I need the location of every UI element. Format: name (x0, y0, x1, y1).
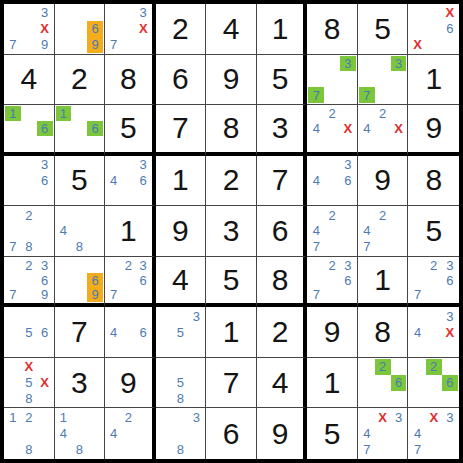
pencil-slot (157, 391, 173, 407)
pencil-slot (136, 409, 151, 425)
cell-r3c8[interactable]: 24X (358, 105, 409, 156)
pencil-slot (359, 106, 375, 121)
pencil-slot (37, 188, 53, 204)
pencil-slot (409, 258, 425, 273)
pencil-grid: 56 (4, 307, 54, 357)
cell-r3c3[interactable]: 5 (105, 105, 156, 156)
pencil-slot (71, 121, 87, 136)
cell-r4c8[interactable]: 9 (358, 156, 409, 207)
cell-r7c4[interactable]: 35 (156, 307, 207, 358)
pencil-slot (391, 359, 407, 375)
pencil-slot (37, 308, 53, 324)
pencil-slot (157, 324, 173, 340)
pencil-slot (37, 409, 53, 425)
pencil-mark: 4 (56, 223, 72, 239)
pencil-slot (21, 5, 37, 21)
cell-r2c3[interactable]: 8 (105, 55, 156, 106)
cell-r9c5[interactable]: 6 (206, 408, 257, 459)
pencil-slot (157, 308, 173, 324)
cell-r1c2[interactable]: 69 (55, 4, 106, 55)
pencil-slot (106, 157, 121, 173)
pencil-mark: 3 (442, 308, 458, 324)
cell-r6c2[interactable]: 69 (55, 257, 106, 308)
pencil-slot (340, 188, 356, 204)
pencil-slot (173, 426, 189, 442)
pencil-slot (442, 340, 458, 356)
pencil-slot (56, 207, 72, 223)
pencil-slot (136, 426, 151, 442)
pencil-slot (136, 340, 151, 356)
cell-r5c5[interactable]: 3 (206, 206, 257, 257)
pencil-mark: 7 (5, 37, 21, 53)
pencil-slot (71, 106, 87, 121)
pencil-mark: 4 (409, 426, 425, 442)
pencil-mark: 8 (71, 239, 87, 255)
cell-r5c4[interactable]: 9 (156, 206, 207, 257)
pencil-slot (5, 136, 21, 151)
pencil-mark: 3 (136, 5, 151, 21)
pencil-slot (106, 5, 121, 21)
pencil-slot (308, 188, 324, 204)
pencil-grid: 37 (358, 55, 408, 105)
pencil-slot (340, 136, 356, 151)
pencil-slot (409, 391, 425, 407)
pencil-slot (106, 340, 121, 356)
x-mark: X (37, 21, 53, 37)
pencil-slot (56, 287, 72, 302)
cell-r2c7[interactable]: 37 (307, 55, 358, 106)
pencil-mark: 6 (136, 273, 151, 288)
pencil-slot (442, 37, 458, 53)
cell-r8c6[interactable]: 4 (257, 358, 308, 409)
pencil-grid: 46 (105, 307, 152, 357)
pencil-mark: 7 (409, 442, 425, 458)
pencil-slot (121, 5, 136, 21)
pencil-mark: 2 (375, 106, 391, 121)
pencil-slot (5, 21, 21, 37)
pencil-slot (5, 223, 21, 239)
cell-r8c2[interactable]: 3 (55, 358, 106, 409)
pencil-slot (136, 442, 151, 458)
pencil-slot (409, 359, 425, 375)
pencil-slot (324, 71, 340, 87)
pencil-mark: 4 (308, 121, 324, 136)
cell-r4c6[interactable]: 7 (257, 156, 308, 207)
pencil-slot (71, 426, 87, 442)
pencil-slot (136, 287, 151, 302)
pencil-mark: 4 (56, 426, 72, 442)
cell-r7c6[interactable]: 2 (257, 307, 308, 358)
cell-r3c7[interactable]: 24X (307, 105, 358, 156)
pencil-grid: 38 (156, 408, 206, 459)
cell-r6c3[interactable]: 2367 (105, 257, 156, 308)
pencil-grid: 3X7 (105, 4, 152, 54)
cell-r1c6[interactable]: 1 (257, 4, 308, 55)
pencil-slot (391, 106, 407, 121)
pencil-slot (391, 442, 407, 458)
pencil-mark: 6 (442, 21, 458, 37)
pencil-slot (324, 173, 340, 189)
pencil-slot (106, 258, 121, 273)
cell-r7c3[interactable]: 46 (105, 307, 156, 358)
pencil-slot (157, 426, 173, 442)
pencil-slot (71, 37, 87, 53)
pencil-slot (442, 442, 458, 458)
x-mark: X (442, 5, 458, 21)
pencil-slot (324, 239, 340, 255)
pencil-mark: 5 (21, 375, 37, 391)
pencil-slot (426, 391, 442, 407)
pencil-mark: 6 (136, 173, 151, 189)
pencil-slot (409, 5, 425, 21)
pencil-slot (5, 5, 21, 21)
pencil-slot (157, 359, 173, 375)
cell-r6c9[interactable]: 2367 (408, 257, 459, 308)
cell-r9c8[interactable]: X347 (358, 408, 409, 459)
pencil-slot (21, 188, 37, 204)
cell-r9c4[interactable]: 38 (156, 408, 207, 459)
cell-r5c9[interactable]: 5 (408, 206, 459, 257)
pencil-slot (375, 391, 391, 407)
cell-r7c8[interactable]: 8 (358, 307, 409, 358)
pencil-mark: 9 (87, 287, 103, 302)
pencil-slot (173, 308, 189, 324)
pencil-slot (106, 442, 121, 458)
pencil-mark: 2 (324, 207, 340, 223)
pencil-mark: 7 (308, 287, 324, 302)
x-mark: X (136, 21, 151, 37)
pencil-slot (442, 287, 458, 302)
pencil-grid: 24X (358, 105, 408, 152)
cell-r3c4[interactable]: 7 (156, 105, 207, 156)
cell-r1c8[interactable]: 5 (358, 4, 409, 55)
big-digit: 1 (172, 165, 189, 195)
pencil-slot (308, 157, 324, 173)
pencil-grid: 37 (307, 55, 357, 105)
big-digit: 6 (223, 419, 240, 449)
pencil-slot (136, 308, 151, 324)
pencil-slot (173, 409, 189, 425)
cell-r2c9[interactable]: 1 (408, 55, 459, 106)
pencil-mark: 4 (106, 173, 121, 189)
pencil-slot (37, 340, 53, 356)
cell-r3c6[interactable]: 3 (257, 105, 308, 156)
pencil-mark: 2 (324, 106, 340, 121)
pencil-slot (359, 207, 375, 223)
pencil-slot (106, 21, 121, 37)
pencil-slot (308, 56, 324, 72)
pencil-slot (37, 106, 53, 121)
big-digit: 7 (272, 165, 289, 195)
pencil-slot (409, 308, 425, 324)
pencil-slot (21, 223, 37, 239)
cell-r4c5[interactable]: 2 (206, 156, 257, 207)
pencil-grid: 24X (307, 105, 357, 152)
pencil-slot (157, 340, 173, 356)
pencil-mark: 2 (375, 359, 391, 375)
cell-r1c1[interactable]: 3X79 (4, 4, 55, 55)
pencil-slot (87, 136, 103, 151)
pencil-slot (5, 207, 21, 223)
cell-r6c6[interactable]: 8 (257, 257, 308, 308)
pencil-slot (37, 136, 53, 151)
pencil-slot (426, 37, 442, 53)
cell-r8c4[interactable]: 58 (156, 358, 207, 409)
cell-r8c1[interactable]: X5X8 (4, 358, 55, 409)
pencil-slot (56, 258, 72, 273)
cell-r4c3[interactable]: 346 (105, 156, 156, 207)
pencil-slot (56, 442, 72, 458)
cell-r3c9[interactable]: 9 (408, 105, 459, 156)
pencil-slot (308, 71, 324, 87)
cell-r1c9[interactable]: X6X (408, 4, 459, 55)
cell-r7c7[interactable]: 9 (307, 307, 358, 358)
pencil-mark: 2 (21, 258, 37, 273)
cell-r1c4[interactable]: 2 (156, 4, 207, 55)
pencil-slot (391, 426, 407, 442)
cell-r7c9[interactable]: 34X (408, 307, 459, 358)
pencil-mark: 3 (340, 258, 356, 273)
pencil-slot (5, 324, 21, 340)
pencil-mark: 6 (340, 273, 356, 288)
pencil-mark: 3 (442, 409, 458, 425)
pencil-slot (340, 87, 356, 103)
pencil-slot (121, 188, 136, 204)
cell-r8c8[interactable]: 26 (358, 358, 409, 409)
pencil-slot (106, 273, 121, 288)
cell-r3c2[interactable]: 16 (55, 105, 106, 156)
pencil-slot (308, 106, 324, 121)
cell-r6c4[interactable]: 4 (156, 257, 207, 308)
cell-r8c5[interactable]: 7 (206, 358, 257, 409)
x-mark: X (409, 37, 425, 53)
cell-r8c7[interactable]: 1 (307, 358, 358, 409)
pencil-slot (87, 442, 103, 458)
pencil-mark: 8 (173, 442, 189, 458)
pencil-mark: 3 (136, 157, 151, 173)
cell-r6c5[interactable]: 5 (206, 257, 257, 308)
pencil-mark: 6 (87, 21, 103, 37)
pencil-slot (188, 359, 204, 375)
pencil-mark: 3 (188, 409, 204, 425)
pencil-mark: 3 (37, 258, 53, 273)
big-digit: 8 (223, 113, 240, 143)
pencil-slot (87, 426, 103, 442)
pencil-slot (409, 409, 425, 425)
pencil-mark: 6 (442, 273, 458, 288)
pencil-mark: 2 (121, 258, 136, 273)
pencil-slot (21, 106, 37, 121)
cell-r5c3[interactable]: 1 (105, 206, 156, 257)
pencil-slot (375, 239, 391, 255)
pencil-slot (426, 21, 442, 37)
cell-r9c9[interactable]: X347 (408, 408, 459, 459)
pencil-slot (21, 121, 37, 136)
pencil-slot (21, 287, 37, 302)
big-digit: 8 (374, 317, 391, 347)
pencil-mark: 5 (173, 375, 189, 391)
pencil-mark: 7 (359, 239, 375, 255)
pencil-slot (359, 375, 375, 391)
pencil-mark: 2 (426, 258, 442, 273)
pencil-slot (71, 21, 87, 37)
big-digit: 5 (324, 419, 341, 449)
cell-r6c7[interactable]: 2367 (307, 257, 358, 308)
cell-r4c1[interactable]: 36 (4, 156, 55, 207)
pencil-slot (442, 426, 458, 442)
pencil-slot (71, 223, 87, 239)
pencil-slot (121, 273, 136, 288)
cell-r2c2[interactable]: 2 (55, 55, 106, 106)
pencil-grid: 16 (55, 105, 105, 152)
pencil-mark: 4 (106, 324, 121, 340)
pencil-mark: 6 (442, 375, 458, 391)
x-mark: X (426, 409, 442, 425)
pencil-slot (324, 223, 340, 239)
pencil-slot (121, 426, 136, 442)
pencil-grid: 2367 (307, 257, 357, 304)
cell-r5c7[interactable]: 247 (307, 206, 358, 257)
big-digit: 8 (272, 265, 289, 295)
cell-r9c2[interactable]: 148 (55, 408, 106, 459)
big-digit: 7 (223, 368, 240, 398)
cell-r7c2[interactable]: 7 (55, 307, 106, 358)
cell-r5c1[interactable]: 278 (4, 206, 55, 257)
cell-r2c4[interactable]: 6 (156, 55, 207, 106)
pencil-slot (71, 409, 87, 425)
pencil-mark: 4 (308, 223, 324, 239)
cell-r9c6[interactable]: 9 (257, 408, 308, 459)
cell-r3c1[interactable]: 16 (4, 105, 55, 156)
pencil-mark: 7 (5, 287, 21, 302)
pencil-mark: 1 (5, 409, 21, 425)
pencil-grid: 346 (307, 156, 357, 206)
pencil-slot (324, 121, 340, 136)
pencil-slot (21, 426, 37, 442)
pencil-mark: 6 (391, 375, 407, 391)
pencil-mark: 7 (359, 442, 375, 458)
pencil-slot (121, 324, 136, 340)
cell-r1c7[interactable]: 8 (307, 4, 358, 55)
pencil-slot (5, 391, 21, 407)
cell-r2c8[interactable]: 37 (358, 55, 409, 106)
pencil-slot (5, 121, 21, 136)
pencil-mark: 1 (56, 106, 72, 121)
cell-r2c6[interactable]: 5 (257, 55, 308, 106)
big-digit: 2 (272, 317, 289, 347)
pencil-slot (324, 188, 340, 204)
cell-r4c2[interactable]: 5 (55, 156, 106, 207)
pencil-slot (340, 223, 356, 239)
pencil-slot (324, 136, 340, 151)
pencil-slot (87, 258, 103, 273)
pencil-slot (409, 21, 425, 37)
pencil-slot (21, 340, 37, 356)
pencil-slot (121, 442, 136, 458)
cell-r4c9[interactable]: 8 (408, 156, 459, 207)
cell-r9c7[interactable]: 5 (307, 408, 358, 459)
cell-r5c6[interactable]: 6 (257, 206, 308, 257)
big-digit: 7 (71, 317, 88, 347)
pencil-slot (71, 136, 87, 151)
pencil-slot (71, 287, 87, 302)
pencil-grid: X347 (358, 408, 408, 459)
pencil-slot (324, 287, 340, 302)
cell-r9c3[interactable]: 24 (105, 408, 156, 459)
pencil-grid: 278 (4, 206, 54, 256)
big-digit: 8 (324, 14, 341, 44)
pencil-grid: 24 (105, 408, 152, 459)
pencil-slot (340, 207, 356, 223)
pencil-mark: 9 (87, 37, 103, 53)
pencil-mark: 8 (21, 239, 37, 255)
pencil-slot (121, 340, 136, 356)
pencil-slot (340, 239, 356, 255)
cell-r6c1[interactable]: 23679 (4, 257, 55, 308)
pencil-slot (391, 87, 407, 103)
cell-r1c5[interactable]: 4 (206, 4, 257, 55)
pencil-mark: 7 (409, 287, 425, 302)
cell-r7c1[interactable]: 56 (4, 307, 55, 358)
pencil-grid: 69 (55, 257, 105, 304)
pencil-mark: 6 (37, 173, 53, 189)
pencil-mark: 6 (37, 273, 53, 288)
pencil-mark: 2 (426, 359, 442, 375)
cell-r6c8[interactable]: 1 (358, 257, 409, 308)
big-digit: 4 (223, 14, 240, 44)
pencil-mark: 6 (87, 121, 103, 136)
pencil-slot (157, 409, 173, 425)
cell-r7c5[interactable]: 1 (206, 307, 257, 358)
pencil-slot (375, 56, 391, 72)
pencil-mark: 6 (37, 121, 53, 136)
pencil-slot (56, 136, 72, 151)
pencil-slot (71, 5, 87, 21)
pencil-slot (21, 308, 37, 324)
pencil-slot (5, 442, 21, 458)
pencil-mark: 4 (308, 173, 324, 189)
pencil-slot (188, 442, 204, 458)
cell-r4c4[interactable]: 1 (156, 156, 207, 207)
pencil-slot (87, 409, 103, 425)
cell-r1c3[interactable]: 3X7 (105, 4, 156, 55)
pencil-slot (426, 340, 442, 356)
pencil-slot (359, 359, 375, 375)
cell-r5c8[interactable]: 247 (358, 206, 409, 257)
big-digit: 9 (223, 64, 240, 94)
pencil-grid: 346 (105, 156, 152, 206)
pencil-grid: X5X8 (4, 358, 54, 408)
big-digit: 3 (71, 368, 88, 398)
cell-r2c1[interactable]: 4 (4, 55, 55, 106)
cell-r9c1[interactable]: 128 (4, 408, 55, 459)
cell-r8c9[interactable]: 26 (408, 358, 459, 409)
cell-r3c5[interactable]: 8 (206, 105, 257, 156)
pencil-mark: 3 (340, 157, 356, 173)
cell-r5c2[interactable]: 48 (55, 206, 106, 257)
pencil-slot (375, 223, 391, 239)
pencil-slot (324, 157, 340, 173)
pencil-slot (56, 37, 72, 53)
pencil-slot (56, 5, 72, 21)
cell-r4c7[interactable]: 346 (307, 156, 358, 207)
cell-r2c5[interactable]: 9 (206, 55, 257, 106)
cell-r8c3[interactable]: 9 (105, 358, 156, 409)
pencil-slot (121, 287, 136, 302)
pencil-slot (87, 106, 103, 121)
pencil-slot (375, 121, 391, 136)
pencil-mark: 3 (340, 56, 356, 72)
